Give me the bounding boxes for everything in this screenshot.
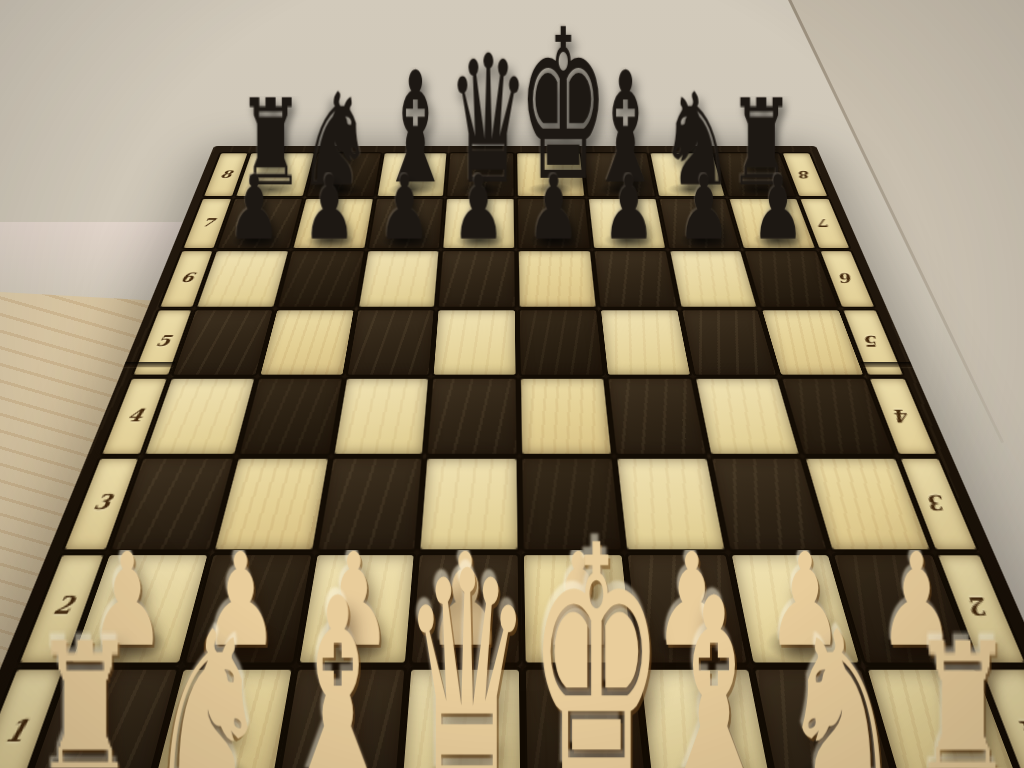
square-d5[interactable] [434, 310, 516, 374]
square-g1[interactable]: ♞ [754, 669, 899, 768]
rank-label-left-6-text: 6 [178, 270, 196, 285]
board-scene: 8♜♞♝♛♚♝♞♜87♟♟♟♟♟♟♟♟7665544332♟♟♟♟♟♟♟♟21♜… [0, 0, 1024, 768]
rank-label-right-5-text: 5 [862, 332, 882, 350]
square-d4[interactable] [428, 379, 516, 454]
square-c1[interactable]: ♝ [275, 669, 404, 768]
rank-label-left-4: 4 [102, 379, 166, 454]
piece-white-rook-h1[interactable]: ♜ [904, 637, 1022, 768]
piece-black-pawn-h7[interactable]: ♟ [743, 172, 813, 245]
square-f6[interactable] [594, 251, 676, 307]
square-f7[interactable]: ♟ [589, 199, 665, 248]
rank-label-left-4-text: 4 [124, 405, 146, 426]
square-c5[interactable] [347, 310, 434, 374]
piece-black-pawn-f7[interactable]: ♟ [594, 172, 664, 245]
piece-black-pawn-a7[interactable]: ♟ [219, 172, 289, 245]
rank-label-left-3-text: 3 [90, 490, 115, 515]
square-g4[interactable] [695, 379, 799, 454]
square-e7[interactable]: ♟ [518, 199, 589, 248]
square-e6[interactable] [519, 251, 596, 307]
piece-white-king-e1[interactable]: ♚ [528, 536, 646, 768]
square-f1[interactable]: ♝ [640, 669, 773, 768]
square-g7[interactable]: ♟ [659, 199, 739, 248]
piece-white-queen-d1[interactable]: ♛ [402, 561, 520, 768]
square-f4[interactable] [608, 379, 705, 454]
square-h7[interactable]: ♟ [730, 199, 815, 248]
rank-label-left-5-text: 5 [153, 332, 173, 350]
piece-white-bishop-f1[interactable]: ♝ [653, 590, 771, 768]
square-d7[interactable]: ♟ [444, 199, 515, 248]
square-c4[interactable] [334, 379, 429, 454]
square-d1[interactable]: ♛ [402, 669, 521, 768]
square-b1[interactable]: ♞ [149, 669, 291, 768]
square-g6[interactable] [670, 251, 757, 307]
square-g5[interactable] [682, 310, 777, 374]
piece-black-pawn-b7[interactable]: ♟ [294, 172, 364, 245]
piece-white-bishop-c1[interactable]: ♝ [277, 590, 395, 768]
square-d6[interactable] [439, 251, 515, 307]
piece-black-pawn-g7[interactable]: ♟ [668, 172, 738, 245]
rank-label-right-6-text: 6 [837, 270, 856, 285]
piece-black-pawn-e7[interactable]: ♟ [519, 172, 589, 245]
piece-white-rook-a1[interactable]: ♜ [26, 637, 144, 768]
square-b6[interactable] [278, 251, 363, 307]
square-b5[interactable] [260, 310, 353, 374]
square-a6[interactable] [197, 251, 287, 307]
square-a5[interactable] [173, 310, 272, 374]
square-e4[interactable] [521, 379, 611, 454]
piece-black-pawn-d7[interactable]: ♟ [444, 172, 514, 245]
chessboard: 8♜♞♝♛♚♝♞♜87♟♟♟♟♟♟♟♟7665544332♟♟♟♟♟♟♟♟21♜… [0, 146, 1024, 768]
piece-black-pawn-c7[interactable]: ♟ [369, 172, 439, 245]
square-e1[interactable]: ♚ [526, 669, 647, 768]
rank-label-right-3-text: 3 [924, 490, 950, 515]
square-e5[interactable] [520, 310, 603, 374]
photo-chess-scene: { "game": "chess", "position": "rnbqkbnr… [0, 0, 1024, 768]
piece-white-knight-g1[interactable]: ♞ [779, 623, 897, 768]
rank-label-left-7-text: 7 [200, 216, 217, 229]
square-f5[interactable] [601, 310, 690, 374]
square-c7[interactable]: ♟ [368, 199, 443, 248]
square-c6[interactable] [359, 251, 439, 307]
square-b4[interactable] [240, 379, 342, 454]
rank-label-right-4-text: 4 [891, 405, 914, 426]
square-a7[interactable]: ♟ [218, 199, 302, 248]
rank-label-right-7-text: 7 [816, 216, 833, 229]
rank-label-right-4: 4 [870, 379, 936, 454]
square-b7[interactable]: ♟ [293, 199, 372, 248]
piece-white-knight-b1[interactable]: ♞ [151, 623, 269, 768]
